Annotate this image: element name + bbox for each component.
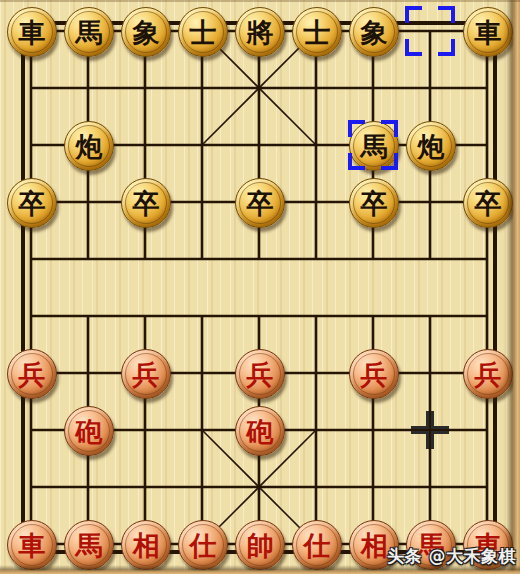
piece-red-cannon[interactable]: 砲: [235, 406, 285, 456]
piece-red-general[interactable]: 帥: [235, 520, 285, 570]
piece-red-soldier[interactable]: 兵: [235, 349, 285, 399]
piece-black-soldier[interactable]: 卒: [121, 178, 171, 228]
xiangqi-board[interactable]: 車馬象士將士象車炮馬炮卒卒卒卒卒兵兵兵兵兵砲砲車馬相仕帥仕相馬車 头条 @大禾象…: [0, 0, 520, 574]
piece-black-soldier[interactable]: 卒: [235, 178, 285, 228]
piece-black-cannon[interactable]: 炮: [406, 121, 456, 171]
piece-black-soldier[interactable]: 卒: [7, 178, 57, 228]
watermark: 头条 @大禾象棋: [387, 545, 516, 568]
piece-red-advisor[interactable]: 仕: [292, 520, 342, 570]
piece-red-horse[interactable]: 馬: [64, 520, 114, 570]
piece-black-elephant[interactable]: 象: [349, 7, 399, 57]
piece-black-chariot[interactable]: 車: [7, 7, 57, 57]
piece-red-cannon[interactable]: 砲: [64, 406, 114, 456]
piece-black-horse[interactable]: 馬: [64, 7, 114, 57]
piece-red-soldier[interactable]: 兵: [349, 349, 399, 399]
piece-black-cannon[interactable]: 炮: [64, 121, 114, 171]
piece-black-soldier[interactable]: 卒: [349, 178, 399, 228]
piece-black-general[interactable]: 將: [235, 7, 285, 57]
piece-red-soldier[interactable]: 兵: [463, 349, 513, 399]
board-grid: [0, 0, 520, 574]
piece-black-advisor[interactable]: 士: [178, 7, 228, 57]
piece-black-advisor[interactable]: 士: [292, 7, 342, 57]
piece-black-soldier[interactable]: 卒: [463, 178, 513, 228]
piece-red-elephant[interactable]: 相: [121, 520, 171, 570]
piece-red-soldier[interactable]: 兵: [7, 349, 57, 399]
piece-black-chariot[interactable]: 車: [463, 7, 513, 57]
piece-red-soldier[interactable]: 兵: [121, 349, 171, 399]
piece-black-elephant[interactable]: 象: [121, 7, 171, 57]
piece-black-horse[interactable]: 馬: [349, 121, 399, 171]
piece-red-chariot[interactable]: 車: [7, 520, 57, 570]
piece-red-advisor[interactable]: 仕: [178, 520, 228, 570]
